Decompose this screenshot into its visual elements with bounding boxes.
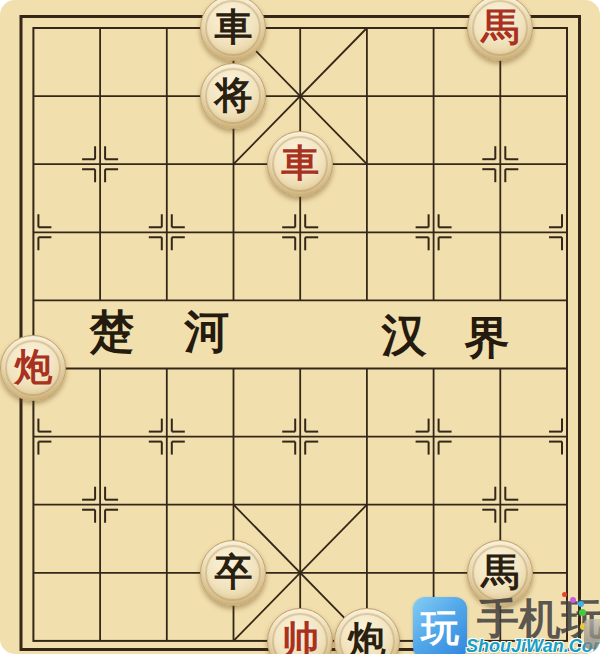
piece-black-chariot[interactable]: 車 bbox=[200, 0, 266, 61]
piece-red-general[interactable]: 帅 bbox=[267, 608, 333, 654]
piece-black-soldier[interactable]: 卒 bbox=[200, 540, 266, 606]
screenshot-root: 楚 河 汉 界 車馬将車炮卒馬帅炮 玩 手机玩 ShouJiWan.Com bbox=[0, 0, 600, 654]
piece-red-cannon[interactable]: 炮 bbox=[0, 335, 66, 401]
piece-black-cannon[interactable]: 炮 bbox=[334, 608, 400, 654]
watermark-site-text: ShouJiWan.Com bbox=[466, 637, 600, 654]
piece-red-horse[interactable]: 馬 bbox=[467, 0, 533, 61]
confetti-dot bbox=[562, 592, 567, 597]
watermark-icon-glyph: 玩 bbox=[421, 609, 459, 647]
piece-glyph: 帅 bbox=[281, 621, 319, 654]
watermark-app-icon: 玩 bbox=[413, 597, 467, 654]
piece-glyph: 車 bbox=[214, 8, 252, 46]
piece-glyph: 馬 bbox=[481, 553, 519, 591]
watermark-gray-box bbox=[584, 619, 600, 649]
piece-glyph: 卒 bbox=[214, 553, 252, 591]
piece-red-chariot[interactable]: 車 bbox=[267, 131, 333, 197]
confetti-dot bbox=[578, 601, 584, 607]
piece-glyph: 馬 bbox=[481, 8, 519, 46]
piece-glyph: 車 bbox=[281, 144, 319, 182]
confetti-dot bbox=[570, 597, 576, 603]
piece-glyph: 炮 bbox=[14, 348, 52, 386]
confetti-dot bbox=[579, 609, 586, 616]
xiangqi-board: 楚 河 汉 界 車馬将車炮卒馬帅炮 bbox=[0, 0, 600, 654]
piece-black-general[interactable]: 将 bbox=[200, 63, 266, 129]
pieces-layer: 車馬将車炮卒馬帅炮 bbox=[0, 0, 600, 654]
piece-glyph: 炮 bbox=[348, 621, 386, 654]
piece-glyph: 将 bbox=[214, 76, 252, 114]
